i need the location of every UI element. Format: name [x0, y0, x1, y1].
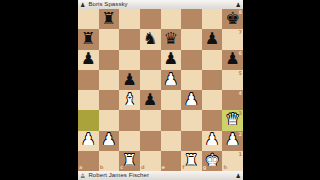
square-h6[interactable]: 6♟ — [222, 50, 243, 70]
chess-board: ♜8♚♜♞♛♟7♟♟6♟♟♟5♝♟♟43♛♟♟♟2♟abc♜def♜g♚1h — [78, 9, 243, 171]
white-pawn-g2: ♟ — [205, 132, 220, 149]
white-pawn-f4: ♟ — [184, 91, 199, 108]
square-h5[interactable]: 5 — [222, 70, 243, 90]
square-e7[interactable]: ♛ — [161, 29, 182, 49]
file-label-d: d — [141, 165, 145, 170]
white-pawn-b2: ♟ — [102, 132, 117, 149]
black-rook-a7: ♜ — [81, 31, 96, 48]
square-g3[interactable] — [202, 110, 223, 130]
square-e6[interactable]: ♟ — [161, 50, 182, 70]
square-g8[interactable] — [202, 9, 223, 29]
square-a1[interactable]: a — [78, 151, 99, 171]
black-pawn-a6: ♟ — [81, 51, 96, 68]
square-e2[interactable] — [161, 131, 182, 151]
square-c1[interactable]: c♜ — [119, 151, 140, 171]
white-queen-h3: ♛ — [225, 112, 240, 129]
black-knight-d7: ♞ — [143, 31, 158, 48]
square-h8[interactable]: 8♚ — [222, 9, 243, 29]
white-pawn-e5: ♟ — [163, 71, 178, 88]
bottom-player-bar: ♙ Robert James Fischer ♟ — [78, 171, 243, 180]
white-pawn-a2: ♟ — [81, 132, 96, 149]
square-g2[interactable]: ♟ — [202, 131, 223, 151]
square-d3[interactable] — [140, 110, 161, 130]
square-d6[interactable] — [140, 50, 161, 70]
black-pawn-e6: ♟ — [163, 51, 178, 68]
square-f4[interactable]: ♟ — [181, 90, 202, 110]
square-b7[interactable] — [99, 29, 120, 49]
square-c2[interactable] — [119, 131, 140, 151]
square-c4[interactable]: ♝ — [119, 90, 140, 110]
chess-app-window: ♟ Boris Spassky ♟ ♜8♚♜♞♛♟7♟♟6♟♟♟5♝♟♟43♛♟… — [0, 0, 320, 180]
square-h3[interactable]: 3♛ — [222, 110, 243, 130]
square-a5[interactable] — [78, 70, 99, 90]
square-a8[interactable] — [78, 9, 99, 29]
white-piece-icon: ♙ — [80, 173, 85, 179]
file-label-a: a — [79, 165, 82, 170]
square-h4[interactable]: 4 — [222, 90, 243, 110]
square-d7[interactable]: ♞ — [140, 29, 161, 49]
square-h1[interactable]: 1h — [222, 151, 243, 171]
black-pawn-g7: ♟ — [205, 31, 220, 48]
square-f5[interactable] — [181, 70, 202, 90]
square-b6[interactable] — [99, 50, 120, 70]
square-a2[interactable]: ♟ — [78, 131, 99, 151]
square-d5[interactable] — [140, 70, 161, 90]
square-d2[interactable] — [140, 131, 161, 151]
square-e8[interactable] — [161, 9, 182, 29]
file-label-b: b — [100, 165, 104, 170]
square-f8[interactable] — [181, 9, 202, 29]
file-label-h: h — [223, 165, 227, 170]
square-b8[interactable]: ♜ — [99, 9, 120, 29]
black-rook-b8: ♜ — [102, 10, 117, 27]
square-b4[interactable] — [99, 90, 120, 110]
board-column: ♟ Boris Spassky ♟ ♜8♚♜♞♛♟7♟♟6♟♟♟5♝♟♟43♛♟… — [78, 0, 243, 180]
square-g5[interactable] — [202, 70, 223, 90]
square-e1[interactable]: e — [161, 151, 182, 171]
square-e5[interactable]: ♟ — [161, 70, 182, 90]
white-pawn-h2: ♟ — [225, 132, 240, 149]
rank-label-5: 5 — [239, 71, 242, 76]
white-king-g1: ♚ — [205, 152, 220, 169]
square-g1[interactable]: g♚ — [202, 151, 223, 171]
white-rook-c1: ♜ — [122, 152, 137, 169]
white-rook-f1: ♜ — [184, 152, 199, 169]
square-a3[interactable] — [78, 110, 99, 130]
square-b2[interactable]: ♟ — [99, 131, 120, 151]
top-player-name: Boris Spassky — [88, 0, 127, 9]
square-f2[interactable] — [181, 131, 202, 151]
black-pawn-c5: ♟ — [122, 71, 137, 88]
square-c8[interactable] — [119, 9, 140, 29]
square-c5[interactable]: ♟ — [119, 70, 140, 90]
square-b5[interactable] — [99, 70, 120, 90]
square-d1[interactable]: d — [140, 151, 161, 171]
square-g4[interactable] — [202, 90, 223, 110]
square-f1[interactable]: f♜ — [181, 151, 202, 171]
rank-label-1: 1 — [239, 152, 242, 157]
square-h7[interactable]: 7 — [222, 29, 243, 49]
rank-label-4: 4 — [239, 91, 242, 96]
square-a6[interactable]: ♟ — [78, 50, 99, 70]
white-bishop-c4: ♝ — [122, 91, 137, 108]
square-d8[interactable] — [140, 9, 161, 29]
square-c6[interactable] — [119, 50, 140, 70]
square-c7[interactable] — [119, 29, 140, 49]
square-d4[interactable]: ♟ — [140, 90, 161, 110]
square-b1[interactable]: b — [99, 151, 120, 171]
black-queen-e7: ♛ — [163, 31, 178, 48]
bottom-player-name: Robert James Fischer — [88, 171, 149, 180]
square-h2[interactable]: 2♟ — [222, 131, 243, 151]
square-f6[interactable] — [181, 50, 202, 70]
square-e3[interactable] — [161, 110, 182, 130]
square-g7[interactable]: ♟ — [202, 29, 223, 49]
file-label-e: e — [162, 165, 165, 170]
square-f7[interactable] — [181, 29, 202, 49]
top-player-bar: ♟ Boris Spassky ♟ — [78, 0, 243, 9]
rank-label-7: 7 — [239, 30, 242, 35]
black-king-h8: ♚ — [225, 10, 240, 27]
black-pawn-d4: ♟ — [143, 91, 158, 108]
square-g6[interactable] — [202, 50, 223, 70]
bottom-bar-piece-icon: ♟ — [236, 173, 241, 179]
square-a4[interactable] — [78, 90, 99, 110]
square-b3[interactable] — [99, 110, 120, 130]
square-e4[interactable] — [161, 90, 182, 110]
black-piece-icon: ♟ — [80, 2, 85, 8]
black-pawn-h6: ♟ — [225, 51, 240, 68]
top-bar-piece-icon: ♟ — [236, 2, 241, 8]
square-a7[interactable]: ♜ — [78, 29, 99, 49]
square-f3[interactable] — [181, 110, 202, 130]
square-c3[interactable] — [119, 110, 140, 130]
